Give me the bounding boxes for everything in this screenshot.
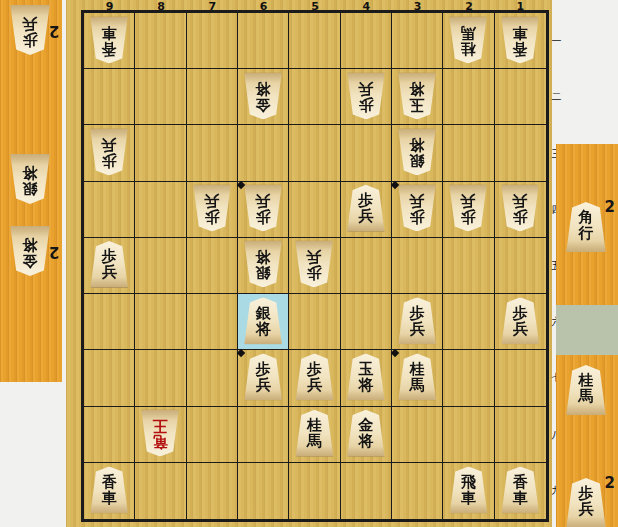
piece-歩兵[interactable]: 歩兵: [89, 129, 129, 176]
square-4-9[interactable]: [341, 463, 392, 519]
square-2-9[interactable]: 飛車: [443, 463, 494, 519]
piece-銀将[interactable]: 銀将: [397, 129, 437, 176]
hand-count: 2: [605, 474, 615, 492]
square-7-9[interactable]: [187, 463, 238, 519]
square-6-6[interactable]: 銀将: [238, 294, 289, 350]
square-1-5[interactable]: [495, 238, 546, 294]
piece-歩兵[interactable]: 歩兵: [243, 185, 283, 232]
square-7-7[interactable]: [187, 350, 238, 406]
hand-empty-slot: [556, 305, 618, 355]
hand-item-gote-金将: 金将2: [0, 226, 62, 280]
square-6-1[interactable]: [238, 13, 289, 69]
square-3-2[interactable]: 玉将: [392, 69, 443, 125]
piece-桂馬[interactable]: 桂馬: [448, 16, 488, 63]
shogi-app: 歩兵2銀将金将2 987654321 一二三四五六七八九 香車桂馬香車金将歩兵玉…: [0, 0, 618, 527]
square-9-1[interactable]: 香車: [84, 13, 135, 69]
piece-竜王-promoted[interactable]: 竜王: [140, 410, 180, 457]
piece-歩兵[interactable]: 歩兵: [397, 185, 437, 232]
square-6-5[interactable]: 銀将: [238, 238, 289, 294]
piece-銀将[interactable]: 銀将: [243, 297, 283, 344]
gote-hand-tray: 歩兵2銀将金将2: [0, 0, 62, 382]
piece-金将[interactable]: 金将: [9, 226, 51, 276]
square-8-2[interactable]: [135, 69, 186, 125]
square-3-7[interactable]: 桂馬: [392, 350, 443, 406]
square-7-4[interactable]: 歩兵: [187, 182, 238, 238]
square-5-1[interactable]: [289, 13, 340, 69]
square-8-8[interactable]: 竜王: [135, 407, 186, 463]
square-6-3[interactable]: [238, 125, 289, 181]
square-8-1[interactable]: [135, 13, 186, 69]
square-9-6[interactable]: [84, 294, 135, 350]
square-1-4[interactable]: 歩兵: [495, 182, 546, 238]
square-9-7[interactable]: [84, 350, 135, 406]
square-4-3[interactable]: [341, 125, 392, 181]
piece-歩兵[interactable]: 歩兵: [565, 478, 607, 527]
square-1-1[interactable]: 香車: [495, 13, 546, 69]
piece-桂馬[interactable]: 桂馬: [397, 353, 437, 400]
square-9-8[interactable]: [84, 407, 135, 463]
hand-item-gote-歩兵: 歩兵2: [0, 5, 62, 59]
square-3-6[interactable]: 歩兵: [392, 294, 443, 350]
piece-香車[interactable]: 香車: [89, 16, 129, 63]
square-9-5[interactable]: 歩兵: [84, 238, 135, 294]
square-8-5[interactable]: [135, 238, 186, 294]
square-1-8[interactable]: [495, 407, 546, 463]
rank-label: 一: [550, 13, 563, 69]
square-6-9[interactable]: [238, 463, 289, 519]
piece-角行[interactable]: 角行: [565, 202, 607, 252]
hand-item-sente-歩兵: 歩兵2: [556, 478, 618, 527]
piece-歩兵[interactable]: 歩兵: [192, 185, 232, 232]
square-6-4[interactable]: 歩兵: [238, 182, 289, 238]
piece-飛車[interactable]: 飛車: [448, 466, 488, 513]
square-5-4[interactable]: [289, 182, 340, 238]
piece-玉将[interactable]: 玉将: [397, 72, 437, 119]
piece-歩兵[interactable]: 歩兵: [9, 5, 51, 55]
hand-count: 2: [49, 243, 59, 261]
square-5-6[interactable]: [289, 294, 340, 350]
square-4-5[interactable]: [341, 238, 392, 294]
square-7-3[interactable]: [187, 125, 238, 181]
square-1-9[interactable]: 香車: [495, 463, 546, 519]
square-2-4[interactable]: 歩兵: [443, 182, 494, 238]
rank-label: 二: [550, 69, 563, 125]
piece-香車[interactable]: 香車: [89, 466, 129, 513]
piece-香車[interactable]: 香車: [500, 16, 540, 63]
piece-玉将[interactable]: 玉将: [346, 353, 386, 400]
square-2-3[interactable]: [443, 125, 494, 181]
square-3-3[interactable]: 銀将: [392, 125, 443, 181]
square-6-7[interactable]: 歩兵: [238, 350, 289, 406]
square-2-6[interactable]: [443, 294, 494, 350]
square-1-2[interactable]: [495, 69, 546, 125]
piece-歩兵[interactable]: 歩兵: [500, 185, 540, 232]
square-2-1[interactable]: 桂馬: [443, 13, 494, 69]
square-5-8[interactable]: 桂馬: [289, 407, 340, 463]
piece-金将[interactable]: 金将: [243, 72, 283, 119]
square-4-1[interactable]: [341, 13, 392, 69]
piece-桂馬[interactable]: 桂馬: [565, 365, 607, 415]
square-3-9[interactable]: [392, 463, 443, 519]
square-3-5[interactable]: [392, 238, 443, 294]
square-1-7[interactable]: [495, 350, 546, 406]
hand-item-gote-銀将: 銀将: [0, 154, 62, 208]
board-grid: 香車桂馬香車金将歩兵玉将歩兵銀将歩兵歩兵歩兵歩兵歩兵歩兵歩兵銀将歩兵銀将歩兵歩兵…: [84, 13, 546, 519]
hand-item-sente-角行: 角行2: [556, 202, 618, 256]
piece-金将[interactable]: 金将: [346, 410, 386, 457]
square-4-2[interactable]: 歩兵: [341, 69, 392, 125]
square-9-3[interactable]: 歩兵: [84, 125, 135, 181]
board-grid-frame: 香車桂馬香車金将歩兵玉将歩兵銀将歩兵歩兵歩兵歩兵歩兵歩兵歩兵銀将歩兵銀将歩兵歩兵…: [81, 10, 549, 522]
square-4-8[interactable]: 金将: [341, 407, 392, 463]
square-1-6[interactable]: 歩兵: [495, 294, 546, 350]
hand-count: 2: [49, 22, 59, 40]
square-2-2[interactable]: [443, 69, 494, 125]
square-5-2[interactable]: [289, 69, 340, 125]
piece-桂馬[interactable]: 桂馬: [294, 410, 334, 457]
square-7-5[interactable]: [187, 238, 238, 294]
square-4-6[interactable]: [341, 294, 392, 350]
square-2-7[interactable]: [443, 350, 494, 406]
square-5-7[interactable]: 歩兵: [289, 350, 340, 406]
square-8-3[interactable]: [135, 125, 186, 181]
square-6-8[interactable]: [238, 407, 289, 463]
piece-歩兵[interactable]: 歩兵: [448, 185, 488, 232]
square-5-5[interactable]: 歩兵: [289, 238, 340, 294]
piece-香車[interactable]: 香車: [500, 466, 540, 513]
piece-歩兵[interactable]: 歩兵: [294, 353, 334, 400]
piece-歩兵[interactable]: 歩兵: [294, 241, 334, 288]
piece-歩兵[interactable]: 歩兵: [346, 185, 386, 232]
square-3-4[interactable]: 歩兵: [392, 182, 443, 238]
square-2-5[interactable]: [443, 238, 494, 294]
square-2-8[interactable]: [443, 407, 494, 463]
shogi-board: 987654321 一二三四五六七八九 香車桂馬香車金将歩兵玉将歩兵銀将歩兵歩兵…: [66, 0, 552, 527]
piece-歩兵[interactable]: 歩兵: [346, 72, 386, 119]
sente-hand-tray: 角行2桂馬歩兵2: [556, 144, 618, 527]
square-8-7[interactable]: [135, 350, 186, 406]
square-7-6[interactable]: [187, 294, 238, 350]
square-9-2[interactable]: [84, 69, 135, 125]
square-7-8[interactable]: [187, 407, 238, 463]
piece-歩兵[interactable]: 歩兵: [397, 297, 437, 344]
square-9-4[interactable]: [84, 182, 135, 238]
square-9-9[interactable]: 香車: [84, 463, 135, 519]
piece-銀将[interactable]: 銀将: [243, 241, 283, 288]
square-5-9[interactable]: [289, 463, 340, 519]
square-7-1[interactable]: [187, 13, 238, 69]
piece-歩兵[interactable]: 歩兵: [243, 353, 283, 400]
square-8-4[interactable]: [135, 182, 186, 238]
hand-item-sente-桂馬: 桂馬: [556, 365, 618, 419]
square-6-2[interactable]: 金将: [238, 69, 289, 125]
square-3-8[interactable]: [392, 407, 443, 463]
piece-歩兵[interactable]: 歩兵: [500, 297, 540, 344]
hand-count: 2: [605, 198, 615, 216]
square-8-9[interactable]: [135, 463, 186, 519]
square-8-6[interactable]: [135, 294, 186, 350]
square-3-1[interactable]: [392, 13, 443, 69]
square-4-4[interactable]: 歩兵: [341, 182, 392, 238]
piece-銀将[interactable]: 銀将: [9, 154, 51, 204]
square-1-3[interactable]: [495, 125, 546, 181]
piece-歩兵[interactable]: 歩兵: [89, 241, 129, 288]
square-4-7[interactable]: 玉将: [341, 350, 392, 406]
square-7-2[interactable]: [187, 69, 238, 125]
square-5-3[interactable]: [289, 125, 340, 181]
